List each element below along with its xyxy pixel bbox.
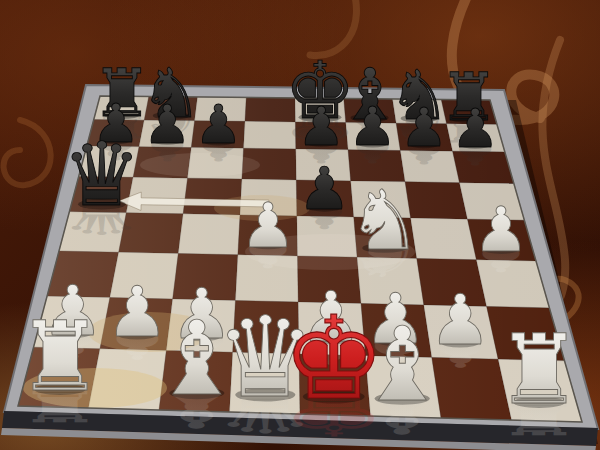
piece-reflection: ♜: [17, 381, 103, 431]
piece-reflection: ♟: [298, 204, 351, 235]
piece-reflection: ♟: [400, 141, 448, 169]
piece-reflection: ♜: [496, 394, 582, 444]
piece-reflection: ♟: [451, 142, 499, 170]
piece-reflection: ♛: [62, 197, 141, 243]
piece-reflection: ♟: [473, 246, 528, 278]
piece-reflection: ♝: [356, 390, 448, 444]
chess-board[interactable]: ♜♜♞♞♚♚♝♝♞♞♜♜♟♟♟♟♟♟♟♟♟♟♟♟♟♟♛♛♟♟♟♟♞♞♟♟♟♟♟♟…: [0, 0, 600, 450]
piece-reflection: ♟: [195, 138, 243, 166]
piece-reflection: ♟: [143, 138, 191, 166]
piece-reflection: ♟: [240, 241, 295, 273]
chess-game-scene: ♜♜♞♞♚♚♝♝♞♞♜♜♟♟♟♟♟♟♟♟♟♟♟♟♟♟♛♛♟♟♟♟♞♞♟♟♟♟♟♟…: [0, 0, 600, 450]
piece-reflection: ♟: [349, 140, 397, 168]
